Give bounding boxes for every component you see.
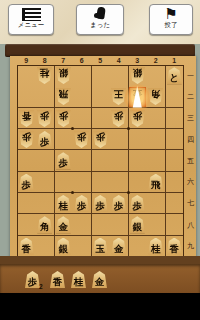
rank-label: 四 bbox=[185, 129, 196, 150]
rank-label: 九 bbox=[185, 235, 196, 256]
hand-icon bbox=[94, 7, 107, 21]
board-grid[interactable] bbox=[17, 65, 184, 257]
shogi-app: メニュー まった ⚑ 投了 987654321 一二三四五六七八九 桂銀銀と飛王… bbox=[0, 0, 200, 320]
hand-piece-香[interactable]: 香 bbox=[50, 271, 65, 288]
rank-label: 三 bbox=[185, 108, 196, 129]
bottom-bar bbox=[0, 293, 200, 320]
file-label: 2 bbox=[147, 57, 166, 64]
menu-button-label: メニュー bbox=[18, 21, 44, 28]
takeback-button[interactable]: まった bbox=[76, 4, 124, 35]
file-label: 5 bbox=[91, 57, 110, 64]
menu-button[interactable]: メニュー bbox=[8, 4, 54, 35]
star-point bbox=[127, 191, 130, 194]
file-label: 3 bbox=[128, 57, 147, 64]
file-label: 8 bbox=[36, 57, 55, 64]
hand-piece-count: 2 bbox=[39, 283, 43, 290]
hand-piece-歩[interactable]: 歩 bbox=[25, 271, 40, 288]
file-label: 7 bbox=[54, 57, 73, 64]
rank-label: 六 bbox=[185, 172, 196, 193]
rank-label: 八 bbox=[185, 214, 196, 235]
rank-label: 二 bbox=[185, 86, 196, 107]
menu-icon bbox=[22, 8, 41, 21]
board: 987654321 一二三四五六七八九 桂銀銀と飛王金角香歩歩歩歩歩歩歩歩歩歩飛… bbox=[10, 56, 196, 262]
flag-icon: ⚑ bbox=[164, 7, 177, 21]
file-label: 9 bbox=[17, 57, 36, 64]
rank-label: 七 bbox=[185, 193, 196, 214]
file-label: 4 bbox=[110, 57, 129, 64]
toolbar: メニュー まった ⚑ 投了 bbox=[0, 0, 200, 44]
hand-piece-桂[interactable]: 桂 bbox=[71, 271, 86, 288]
file-label: 1 bbox=[165, 57, 184, 64]
resign-button-label: 投了 bbox=[165, 21, 178, 28]
takeback-button-label: まった bbox=[90, 21, 110, 28]
file-label: 6 bbox=[73, 57, 92, 64]
resign-button[interactable]: ⚑ 投了 bbox=[149, 4, 193, 35]
rank-label: 一 bbox=[185, 65, 196, 86]
rank-label: 五 bbox=[185, 150, 196, 171]
hand-piece-金[interactable]: 金 bbox=[92, 271, 107, 288]
player-hand-tray: 歩2香桂金 bbox=[0, 264, 200, 293]
